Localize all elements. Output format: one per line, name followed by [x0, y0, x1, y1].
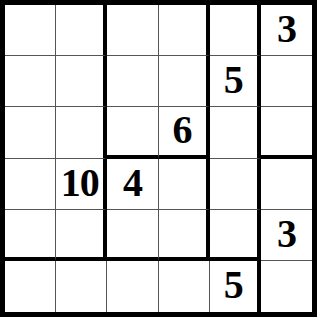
- cell-r3c6[interactable]: [261, 107, 312, 158]
- cell-r4c6[interactable]: [261, 159, 312, 210]
- cell-r5c2[interactable]: [56, 210, 107, 261]
- board-grid: 35610435: [5, 5, 312, 312]
- cell-r4c1[interactable]: [5, 159, 56, 210]
- cell-r6c1[interactable]: [5, 261, 56, 312]
- cell-r2c4[interactable]: [159, 56, 210, 107]
- cell-r1c1[interactable]: [5, 5, 56, 56]
- cell-r5c4[interactable]: [159, 210, 210, 261]
- cell-r1c3[interactable]: [107, 5, 158, 56]
- cell-r2c6[interactable]: [261, 56, 312, 107]
- clue-r3c4: 6: [173, 110, 192, 150]
- clue-r1c6: 3: [277, 9, 296, 49]
- clue-r5c6: 3: [277, 214, 296, 254]
- cell-r3c1[interactable]: [5, 107, 56, 158]
- clue-r2c5: 5: [224, 60, 243, 100]
- cell-r2c2[interactable]: [56, 56, 107, 107]
- cell-r2c1[interactable]: [5, 56, 56, 107]
- cell-r3c5[interactable]: [210, 107, 261, 158]
- clue-r6c5: 5: [224, 265, 243, 305]
- cell-r2c5[interactable]: 5: [210, 56, 261, 107]
- shikaku-board: 35610435: [0, 0, 317, 317]
- cell-r1c2[interactable]: [56, 5, 107, 56]
- cell-r6c4[interactable]: [159, 261, 210, 312]
- cell-r5c1[interactable]: [5, 210, 56, 261]
- cell-r2c3[interactable]: [107, 56, 158, 107]
- cell-r1c5[interactable]: [210, 5, 261, 56]
- cell-r5c3[interactable]: [107, 210, 158, 261]
- cell-r1c4[interactable]: [159, 5, 210, 56]
- cell-r3c3[interactable]: [107, 107, 158, 158]
- cell-r4c3[interactable]: 4: [107, 159, 158, 210]
- cell-r6c5[interactable]: 5: [210, 261, 261, 312]
- cell-r6c6[interactable]: [261, 261, 312, 312]
- cell-r5c5[interactable]: [210, 210, 261, 261]
- cell-r3c2[interactable]: [56, 107, 107, 158]
- cell-r1c6[interactable]: 3: [261, 5, 312, 56]
- cell-r6c3[interactable]: [107, 261, 158, 312]
- clue-r4c2: 10: [61, 163, 99, 203]
- cell-r6c2[interactable]: [56, 261, 107, 312]
- cell-r5c6[interactable]: 3: [261, 210, 312, 261]
- cell-r4c2[interactable]: 10: [56, 159, 107, 210]
- cell-r3c4[interactable]: 6: [159, 107, 210, 158]
- cell-r4c4[interactable]: [159, 159, 210, 210]
- cell-r4c5[interactable]: [210, 159, 261, 210]
- clue-r4c3: 4: [123, 163, 142, 203]
